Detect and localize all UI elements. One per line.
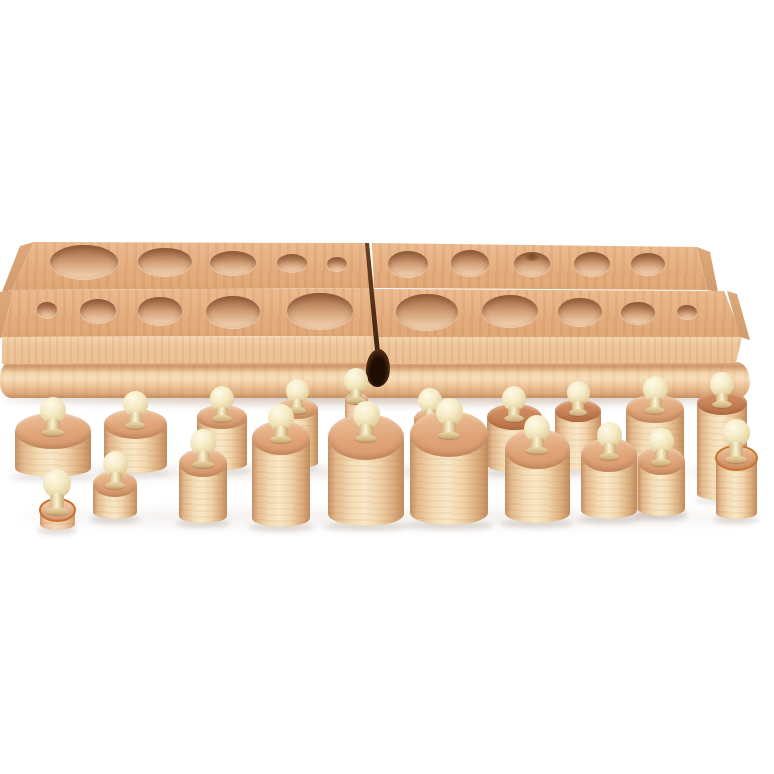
cylinder-knob bbox=[210, 386, 234, 422]
block-back-left-hole-4 bbox=[277, 254, 307, 272]
knobbed-cylinder-front-1-smallest bbox=[40, 469, 75, 538]
block-front-left-hole-3 bbox=[138, 297, 182, 325]
block-back-right-hole-1 bbox=[388, 251, 428, 277]
cylinder-knob bbox=[268, 404, 294, 443]
cylinder-knob bbox=[190, 429, 216, 468]
knobbed-cylinder-front-10-thin-ring bbox=[716, 419, 757, 527]
knob-foot bbox=[651, 459, 672, 466]
block-front-left-hole-2 bbox=[80, 299, 116, 323]
knob-foot bbox=[526, 447, 547, 454]
knob-foot bbox=[105, 482, 126, 489]
block-back-left-hole-5 bbox=[327, 257, 347, 271]
cylinder-knob bbox=[710, 372, 734, 408]
cylinder-knob bbox=[649, 428, 674, 466]
knobbed-cylinder-front-7 bbox=[505, 415, 570, 531]
product-photo-montessori-cylinder-blocks bbox=[0, 0, 774, 774]
wood-defect-mark bbox=[525, 253, 539, 261]
cylinder-knob bbox=[643, 376, 668, 414]
block-back-left-hole-1 bbox=[50, 245, 118, 279]
cylinder-knob bbox=[723, 419, 750, 463]
block-back-left-hole-3 bbox=[210, 251, 256, 275]
block-front-right-hole-1 bbox=[396, 294, 458, 330]
knob-foot bbox=[42, 429, 63, 436]
knob-foot bbox=[725, 456, 747, 463]
block-back-right-hole-3 bbox=[514, 252, 550, 276]
cylinder-knob bbox=[40, 397, 66, 436]
knob-foot bbox=[712, 401, 732, 408]
cylinder-knob bbox=[524, 415, 550, 454]
knobbed-cylinder-front-4 bbox=[252, 404, 310, 535]
cylinder-knob bbox=[344, 368, 368, 404]
knob-foot bbox=[212, 415, 232, 422]
cylinder-knob bbox=[353, 401, 380, 442]
block-front-left-hole-4 bbox=[206, 296, 260, 328]
knobbed-cylinder-front-6-largest bbox=[410, 398, 488, 533]
knobbed-cylinder-front-8 bbox=[581, 422, 637, 527]
knob-foot bbox=[125, 422, 146, 429]
cylinder-knob bbox=[436, 398, 463, 439]
block-back-left-hole-2 bbox=[138, 248, 192, 276]
cylinder-knob bbox=[43, 469, 71, 515]
block-back-right-hole-2 bbox=[451, 250, 489, 276]
block-front-right-hole-5 bbox=[677, 305, 697, 319]
block-front-right-front-face bbox=[374, 335, 744, 365]
block-front-left-hole-5 bbox=[287, 293, 353, 329]
block-back-right-hole-5 bbox=[631, 253, 665, 275]
block-front-left-hole-1 bbox=[37, 302, 57, 318]
block-front-left-front-face bbox=[0, 334, 376, 366]
block-back-right-hole-4 bbox=[574, 252, 610, 276]
knobbed-cylinder-front-5 bbox=[328, 401, 404, 534]
knob-foot bbox=[270, 436, 291, 443]
knobbed-cylinder-front-3 bbox=[179, 429, 227, 531]
block-front-right-hole-2 bbox=[482, 295, 538, 327]
knob-foot bbox=[192, 461, 213, 468]
knob-foot bbox=[569, 409, 588, 416]
cylinder-knob bbox=[597, 422, 622, 460]
block-front-right-hole-4 bbox=[621, 302, 655, 324]
cylinder-knob bbox=[103, 451, 128, 489]
knob-foot bbox=[599, 453, 620, 460]
knobbed-cylinder-front-2 bbox=[93, 451, 137, 527]
knob-foot bbox=[645, 407, 666, 414]
cylinder-knob bbox=[123, 391, 148, 429]
knob-foot bbox=[355, 435, 377, 442]
block-front-right-hole-3 bbox=[558, 298, 602, 326]
knob-foot bbox=[438, 432, 460, 439]
cylinder-knob bbox=[567, 381, 590, 416]
knobbed-cylinder-front-9 bbox=[638, 428, 685, 524]
knob-foot bbox=[46, 508, 69, 515]
